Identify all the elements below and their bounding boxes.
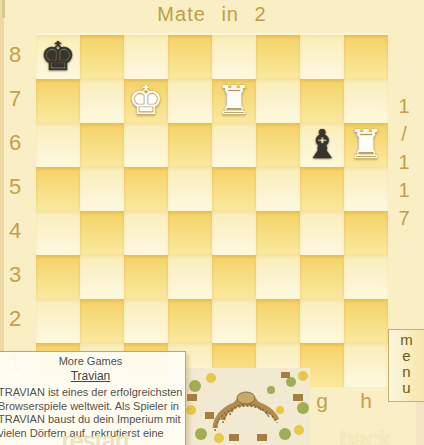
square-a7[interactable] [36,79,80,123]
square-g3[interactable] [300,255,344,299]
square-g4[interactable] [300,211,344,255]
puzzle-counter-char: 7 [394,204,414,232]
square-e7[interactable]: ♜ [212,79,256,123]
square-h8[interactable] [344,35,388,79]
square-a8[interactable]: ♚ [36,35,80,79]
square-h7[interactable] [344,79,388,123]
square-e3[interactable] [212,255,256,299]
square-g8[interactable] [300,35,344,79]
travian-artwork-placeholder [185,368,310,445]
rank-label-7: 7 [0,77,30,121]
square-e2[interactable] [212,299,256,343]
square-a6[interactable] [36,123,80,167]
menu-letter: u [389,380,424,396]
square-g6[interactable]: ♝ [300,123,344,167]
rank-label-8: 8 [0,33,30,77]
square-d3[interactable] [168,255,212,299]
square-e4[interactable] [212,211,256,255]
square-g2[interactable] [300,299,344,343]
square-h3[interactable] [344,255,388,299]
black-bishop[interactable]: ♝ [300,123,344,167]
square-b3[interactable] [80,255,124,299]
rank-label-3: 3 [0,253,30,297]
square-c5[interactable] [124,167,168,211]
ad-description-line: Browserspiele weltweit. Als Spieler in [0,400,183,414]
ad-description-line: TRAVIAN baust du dein Imperium mit [0,413,183,427]
square-g7[interactable] [300,79,344,123]
square-b6[interactable] [80,123,124,167]
puzzle-counter-char: 1 [394,92,414,120]
window-right-edge [416,402,424,445]
square-a4[interactable] [36,211,80,255]
square-g5[interactable] [300,167,344,211]
square-c4[interactable] [124,211,168,255]
white-king[interactable]: ♚ [124,79,168,123]
ad-header: More Games [0,355,183,367]
travian-link[interactable]: Travian [0,369,183,383]
square-f3[interactable] [256,255,300,299]
puzzle-title: Mate in 2 [0,3,424,29]
puzzle-counter-char: 1 [394,148,414,176]
square-h2[interactable] [344,299,388,343]
chess-puzzle-app: Mate in 2 87654321 ♚♚♜♝♜ abcdefgh 1/117 … [0,0,424,445]
rank-label-5: 5 [0,165,30,209]
square-e5[interactable] [212,167,256,211]
square-c6[interactable] [124,123,168,167]
square-d2[interactable] [168,299,212,343]
white-rook[interactable]: ♜ [212,79,256,123]
puzzle-counter: 1/117 [394,92,414,232]
square-b4[interactable] [80,211,124,255]
puzzle-counter-char: 1 [394,176,414,204]
square-c2[interactable] [124,299,168,343]
square-a5[interactable] [36,167,80,211]
rank-labels: 87654321 [0,33,30,385]
square-c8[interactable] [124,35,168,79]
white-rook[interactable]: ♜ [344,123,388,167]
square-f5[interactable] [256,167,300,211]
square-c3[interactable] [124,255,168,299]
file-label-h: h [344,386,388,416]
rank-label-6: 6 [0,121,30,165]
square-e8[interactable] [212,35,256,79]
square-d5[interactable] [168,167,212,211]
square-d7[interactable] [168,79,212,123]
square-f7[interactable] [256,79,300,123]
square-a2[interactable] [36,299,80,343]
square-d4[interactable] [168,211,212,255]
square-h4[interactable] [344,211,388,255]
square-b8[interactable] [80,35,124,79]
chess-board: ♚♚♜♝♜ [36,33,388,387]
square-f2[interactable] [256,299,300,343]
square-h5[interactable] [344,167,388,211]
square-c7[interactable]: ♚ [124,79,168,123]
puzzle-counter-char: / [394,120,414,148]
travian-ad-image[interactable] [185,368,310,445]
square-b7[interactable] [80,79,124,123]
square-d8[interactable] [168,35,212,79]
square-h1[interactable] [344,343,388,387]
square-e6[interactable] [212,123,256,167]
rank-label-2: 2 [0,297,30,341]
square-a3[interactable] [36,255,80,299]
menu-letter: n [389,364,424,380]
square-f6[interactable] [256,123,300,167]
ad-description-line: TRAVIAN ist eines der erfolgreichsten [0,386,183,400]
square-b5[interactable] [80,167,124,211]
menu-letter: m [389,332,424,348]
square-f8[interactable] [256,35,300,79]
menu-button[interactable]: menu [388,329,424,402]
black-king[interactable]: ♚ [36,35,80,79]
back-button[interactable]: back [340,425,410,445]
restart-button[interactable]: restart [62,427,152,445]
square-b2[interactable] [80,299,124,343]
square-h6[interactable]: ♜ [344,123,388,167]
square-f4[interactable] [256,211,300,255]
menu-letter: e [389,348,424,364]
rank-label-4: 4 [0,209,30,253]
square-d6[interactable] [168,123,212,167]
